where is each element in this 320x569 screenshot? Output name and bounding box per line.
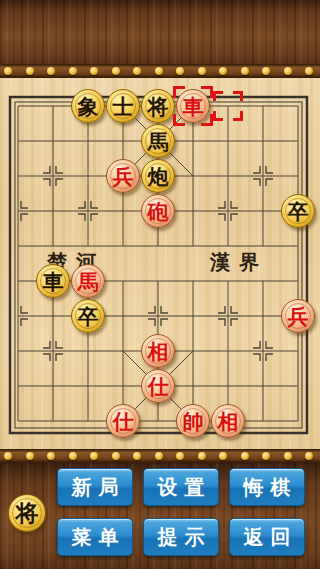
stud-icon [133, 67, 141, 75]
black-horse-piece[interactable]: 馬 [141, 124, 175, 158]
control-panel: 将 新局 设置 悔棋 菜单 提示 返回 [0, 463, 320, 569]
red-general-piece[interactable]: 帥 [176, 404, 210, 438]
black-chariot-piece[interactable]: 車 [36, 264, 70, 298]
top-trim [0, 64, 320, 78]
red-chariot-piece[interactable]: 車 [176, 89, 210, 123]
stud-icon [69, 67, 77, 75]
new-game-button[interactable]: 新局 [57, 468, 133, 506]
stud-icon [284, 452, 292, 460]
river-label-right: 漢界 [209, 250, 268, 274]
stud-icon [4, 452, 12, 460]
stud-icon [90, 452, 98, 460]
stud-icon [26, 67, 34, 75]
stud-icon [305, 67, 313, 75]
menu-button[interactable]: 菜单 [57, 518, 133, 556]
stud-icon [112, 67, 120, 75]
stud-icon [90, 67, 98, 75]
undo-button[interactable]: 悔棋 [229, 468, 305, 506]
stud-icon [241, 67, 249, 75]
stud-icon [262, 67, 270, 75]
stud-icon [4, 67, 12, 75]
red-elephant-piece[interactable]: 相 [141, 334, 175, 368]
stud-icon [284, 67, 292, 75]
settings-button[interactable]: 设置 [143, 468, 219, 506]
stud-icon [219, 452, 227, 460]
stud-icon [198, 452, 206, 460]
red-soldier-piece[interactable]: 兵 [281, 299, 315, 333]
red-cannon-piece[interactable]: 砲 [141, 194, 175, 228]
black-cannon-piece[interactable]: 炮 [141, 159, 175, 193]
black-general-piece[interactable]: 将 [141, 89, 175, 123]
stud-icon [176, 452, 184, 460]
stud-icon [112, 452, 120, 460]
bottom-trim [0, 449, 320, 463]
red-advisor-piece[interactable]: 仕 [106, 404, 140, 438]
black-elephant-piece[interactable]: 象 [71, 89, 105, 123]
stud-icon [69, 452, 77, 460]
stud-icon [198, 67, 206, 75]
stud-icon [305, 452, 313, 460]
stud-icon [155, 67, 163, 75]
hint-button[interactable]: 提示 [143, 518, 219, 556]
stud-icon [219, 67, 227, 75]
black-advisor-piece[interactable]: 士 [106, 89, 140, 123]
top-wood-panel [0, 0, 320, 64]
stud-icon [241, 452, 249, 460]
app-root: { "game": "xiangqi", "position": { "fen"… [0, 0, 320, 569]
red-elephant-piece[interactable]: 相 [211, 404, 245, 438]
red-advisor-piece[interactable]: 仕 [141, 369, 175, 403]
stud-icon [133, 452, 141, 460]
stud-icon [47, 67, 55, 75]
board-area: 楚河 漢界 象士将車馬兵炮砲卒車馬卒兵相仕仕帥相 [0, 78, 320, 449]
turn-indicator-char: 将 [16, 502, 39, 525]
stud-icon [47, 452, 55, 460]
black-soldier-piece[interactable]: 卒 [71, 299, 105, 333]
red-soldier-piece[interactable]: 兵 [106, 159, 140, 193]
red-horse-piece[interactable]: 馬 [71, 264, 105, 298]
stud-icon [26, 452, 34, 460]
black-soldier-piece[interactable]: 卒 [281, 194, 315, 228]
stud-icon [176, 67, 184, 75]
back-button[interactable]: 返回 [229, 518, 305, 556]
stud-icon [262, 452, 270, 460]
stud-icon [155, 452, 163, 460]
turn-indicator-piece: 将 [8, 494, 46, 532]
